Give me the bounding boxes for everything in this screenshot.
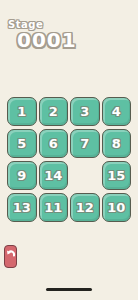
undo-button[interactable] <box>4 245 17 268</box>
tile-3[interactable]: 3 <box>70 97 100 126</box>
tile-15[interactable]: 15 <box>102 161 132 190</box>
tile-11[interactable]: 11 <box>39 193 69 222</box>
tile-12[interactable]: 12 <box>70 193 100 222</box>
tile-13[interactable]: 13 <box>7 193 37 222</box>
tile-14[interactable]: 14 <box>39 161 69 190</box>
tile-4[interactable]: 4 <box>102 97 132 126</box>
tile-2[interactable]: 2 <box>39 97 69 126</box>
tile-5[interactable]: 5 <box>7 129 37 158</box>
tile-6[interactable]: 6 <box>39 129 69 158</box>
app-screen: Stage 0001 123456789141513111210 <box>0 0 138 300</box>
tile-10[interactable]: 10 <box>102 193 132 222</box>
tile-8[interactable]: 8 <box>102 129 132 158</box>
undo-arrow-icon <box>6 248 16 259</box>
empty-cell <box>70 161 100 190</box>
tile-7[interactable]: 7 <box>70 129 100 158</box>
tile-1[interactable]: 1 <box>7 97 37 126</box>
board: 123456789141513111210 <box>7 97 131 222</box>
tile-9[interactable]: 9 <box>7 161 37 190</box>
home-indicator[interactable] <box>46 288 92 291</box>
stage-number: 0001 <box>17 28 77 52</box>
